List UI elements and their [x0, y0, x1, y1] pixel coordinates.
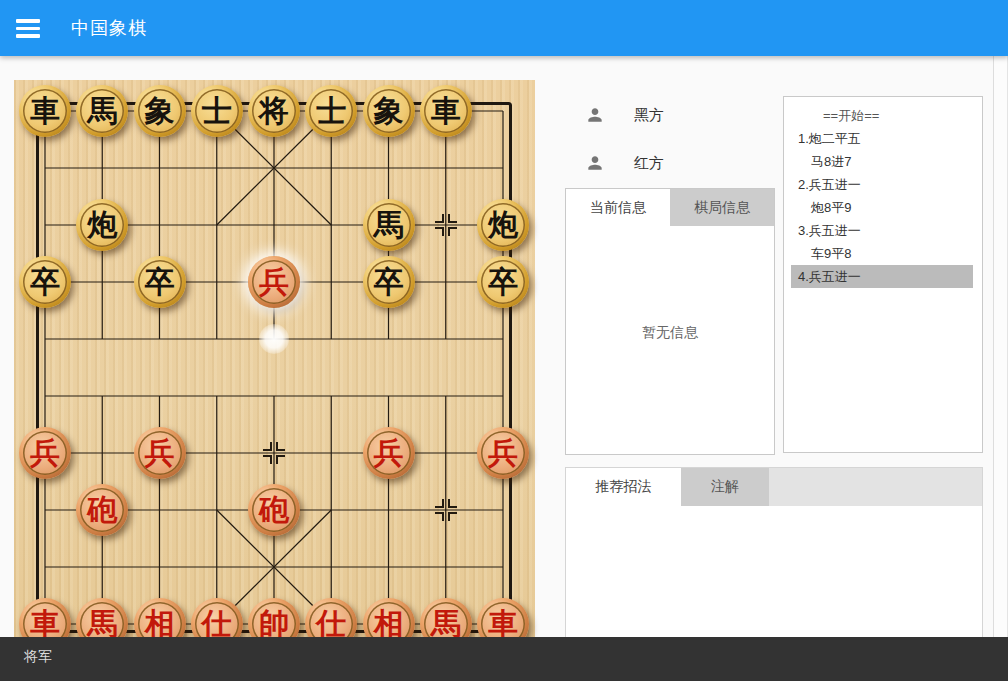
board-point-marker: [434, 498, 458, 522]
last-move-from-marker: [259, 324, 289, 354]
piece-red-cannon[interactable]: 砲: [76, 484, 128, 536]
piece-black-elephant[interactable]: 象: [134, 85, 186, 137]
piece-red-soldier[interactable]: 兵: [19, 427, 71, 479]
board-point-marker: [434, 213, 458, 237]
page-scrollbar[interactable]: [993, 56, 1008, 637]
piece-red-soldier[interactable]: 兵: [248, 256, 300, 308]
board-grid: [14, 80, 535, 655]
app-title: 中国象棋: [71, 0, 147, 56]
info-tab-bar: 当前信息 棋局信息: [566, 189, 774, 226]
piece-black-advisor[interactable]: 士: [305, 85, 357, 137]
piece-black-soldier[interactable]: 卒: [363, 256, 415, 308]
move-entry[interactable]: 炮8平9: [784, 196, 982, 219]
app-bar: 中国象棋: [0, 0, 1008, 56]
move-entry[interactable]: 马8进7: [784, 150, 982, 173]
hamburger-menu-icon[interactable]: [16, 19, 40, 37]
piece-black-cannon[interactable]: 炮: [76, 199, 128, 251]
piece-black-advisor[interactable]: 士: [191, 85, 243, 137]
board-point-marker: [262, 441, 286, 465]
player-black-label: 黑方: [634, 106, 664, 125]
move-list: ==开始==1.炮二平五马8进72.兵五进一炮8平93.兵五进一车9平84.兵五…: [783, 96, 983, 453]
move-entry[interactable]: 3.兵五进一: [784, 219, 982, 242]
piece-black-soldier[interactable]: 卒: [477, 256, 529, 308]
move-list-header: ==开始==: [784, 104, 982, 127]
tab-recommended-moves[interactable]: 推荐招法: [566, 468, 681, 506]
tab-annotation[interactable]: 注解: [681, 468, 769, 506]
player-black-row: 黑方: [565, 91, 775, 139]
tab-game-info[interactable]: 棋局信息: [670, 189, 774, 226]
move-entry[interactable]: 车9平8: [784, 242, 982, 265]
piece-black-soldier[interactable]: 卒: [19, 256, 71, 308]
analysis-tab-bar: 推荐招法 注解: [566, 468, 982, 506]
person-icon: [585, 105, 605, 125]
info-panel: 当前信息 棋局信息 暂无信息: [565, 188, 775, 455]
piece-black-horse[interactable]: 馬: [363, 199, 415, 251]
piece-black-soldier[interactable]: 卒: [134, 256, 186, 308]
tab-bar-filler: [769, 468, 982, 506]
piece-black-general[interactable]: 将: [248, 85, 300, 137]
status-text: 将军: [24, 648, 52, 666]
piece-black-cannon[interactable]: 炮: [477, 199, 529, 251]
piece-black-chariot[interactable]: 車: [420, 85, 472, 137]
piece-red-soldier[interactable]: 兵: [134, 427, 186, 479]
move-entry[interactable]: 1.炮二平五: [784, 127, 982, 150]
move-entry[interactable]: 2.兵五进一: [784, 173, 982, 196]
xiangqi-board[interactable]: 車馬象士将士象車炮馬炮卒卒兵卒卒兵兵兵兵砲砲車馬相仕帥仕相馬車: [14, 80, 535, 655]
piece-black-chariot[interactable]: 車: [19, 85, 71, 137]
player-red-row: 红方: [565, 139, 775, 187]
piece-red-soldier[interactable]: 兵: [477, 427, 529, 479]
piece-red-soldier[interactable]: 兵: [363, 427, 415, 479]
person-icon: [585, 153, 605, 173]
piece-black-horse[interactable]: 馬: [76, 85, 128, 137]
info-empty-text: 暂无信息: [566, 324, 774, 342]
player-red-label: 红方: [634, 154, 664, 173]
piece-black-elephant[interactable]: 象: [363, 85, 415, 137]
tab-current-info[interactable]: 当前信息: [566, 189, 670, 226]
piece-red-cannon[interactable]: 砲: [248, 484, 300, 536]
move-entry[interactable]: 4.兵五进一: [791, 265, 973, 288]
status-snackbar: 将军: [0, 637, 1008, 681]
